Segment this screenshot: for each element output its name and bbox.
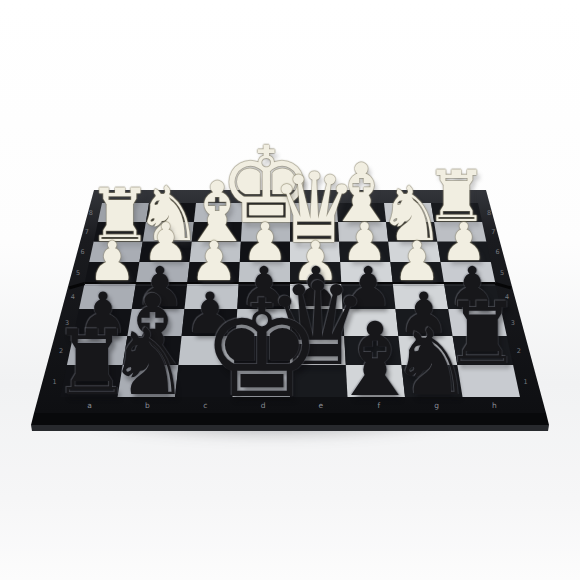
square-a6 [89, 242, 143, 263]
file-label-g: g [434, 401, 439, 410]
square-c6 [190, 242, 241, 263]
square-d6 [240, 242, 290, 263]
square-h3 [448, 309, 507, 336]
square-g1 [402, 365, 463, 397]
square-c2 [179, 336, 236, 365]
square-f8 [337, 203, 386, 222]
rank-label-right-1: 1 [523, 378, 527, 386]
rank-label-left-7: 7 [85, 228, 89, 236]
square-g4 [393, 283, 449, 309]
square-g8 [384, 203, 434, 222]
square-b8 [146, 203, 196, 222]
square-b2 [123, 336, 182, 365]
rank-label-left-4: 4 [71, 293, 75, 301]
square-e5 [290, 262, 341, 283]
rank-label-left-8: 8 [89, 209, 93, 217]
square-g7 [386, 222, 437, 242]
square-c1 [175, 365, 234, 397]
square-g2 [398, 336, 457, 365]
square-b7 [143, 222, 194, 242]
square-e2 [290, 336, 346, 365]
square-a8 [98, 203, 149, 222]
square-g6 [388, 242, 440, 263]
file-label-d: d [261, 401, 266, 410]
board-frame-front-face [31, 413, 549, 425]
square-e3 [290, 309, 344, 336]
square-d5 [239, 262, 290, 283]
rank-label-left-6: 6 [80, 248, 84, 256]
square-e6 [290, 242, 340, 263]
square-b5 [136, 262, 190, 283]
square-c3 [182, 309, 238, 336]
square-c7 [192, 222, 242, 242]
square-f4 [341, 283, 395, 309]
file-label-f: f [377, 401, 380, 410]
file-label-a: a [87, 401, 92, 410]
square-f3 [343, 309, 399, 336]
file-label-c: c [203, 401, 207, 410]
square-c8 [194, 203, 243, 222]
rank-label-right-8: 8 [487, 209, 491, 217]
square-f1 [346, 365, 405, 397]
square-d8 [242, 203, 290, 222]
file-label-e: e [319, 401, 324, 410]
square-g5 [390, 262, 444, 283]
square-a1 [60, 365, 123, 397]
rank-label-right-5: 5 [500, 269, 504, 277]
square-d2 [234, 336, 290, 365]
square-h2 [453, 336, 513, 365]
square-e4 [290, 283, 343, 309]
square-f7 [338, 222, 388, 242]
square-a4 [79, 283, 136, 309]
rank-label-right-6: 6 [495, 248, 499, 256]
square-h5 [441, 262, 496, 283]
square-d3 [236, 309, 290, 336]
square-d1 [233, 365, 291, 397]
square-h7 [434, 222, 486, 242]
square-a7 [94, 222, 146, 242]
square-h4 [444, 283, 501, 309]
board-frame-bottom-lip [31, 425, 549, 431]
square-a3 [73, 309, 132, 336]
square-b3 [127, 309, 184, 336]
rank-label-left-3: 3 [65, 319, 69, 327]
square-b1 [118, 365, 179, 397]
chess-set-photo: abcdefgh1122334455667788 ♚♝♜♜♞♝♛♞♟♟♟♟♟♟♟… [0, 0, 580, 580]
square-d4 [237, 283, 290, 309]
rank-label-right-3: 3 [511, 319, 515, 327]
square-a5 [85, 262, 140, 283]
square-e7 [290, 222, 339, 242]
rank-label-left-1: 1 [52, 378, 56, 386]
rank-label-right-4: 4 [505, 293, 509, 301]
rank-label-right-7: 7 [491, 228, 495, 236]
square-e8 [290, 203, 338, 222]
square-d7 [241, 222, 290, 242]
square-h6 [437, 242, 491, 263]
square-f5 [340, 262, 393, 283]
square-g3 [396, 309, 453, 336]
rank-label-right-2: 2 [517, 347, 521, 355]
square-f2 [344, 336, 401, 365]
square-a2 [67, 336, 128, 365]
square-e1 [290, 365, 348, 397]
square-c4 [185, 283, 239, 309]
rank-label-left-2: 2 [59, 347, 63, 355]
rank-label-left-5: 5 [76, 269, 80, 277]
file-label-h: h [492, 401, 497, 410]
square-b6 [139, 242, 191, 263]
file-label-b: b [145, 401, 150, 410]
square-c5 [187, 262, 240, 283]
square-b4 [132, 283, 188, 309]
square-h8 [431, 203, 482, 222]
square-f6 [339, 242, 390, 263]
chess-board: abcdefgh1122334455667788 [0, 0, 580, 580]
square-h1 [457, 365, 520, 397]
